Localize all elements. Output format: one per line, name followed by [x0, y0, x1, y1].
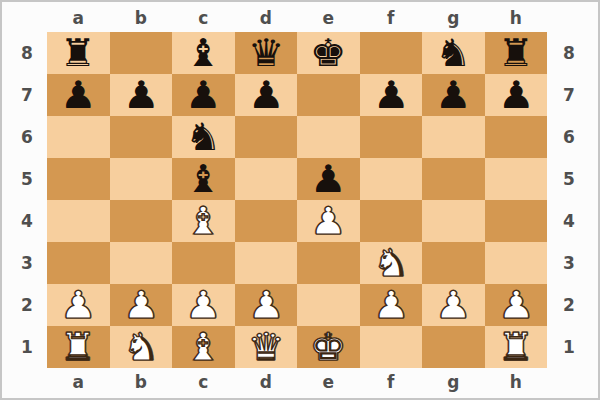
square-h2[interactable]: ♟: [485, 284, 548, 326]
file-label-a: a: [47, 6, 110, 30]
square-h5[interactable]: [485, 158, 548, 200]
rank-label-6: 6: [552, 116, 586, 158]
chess-diagram: abcdefgh 87654321 ♜♝♛♚♞♜♟♟♟♟♟♟♟♞♝♟♝♟♞♟♟♟…: [0, 0, 600, 400]
black-king: ♚: [310, 34, 347, 72]
black-pawn: ♟: [60, 76, 97, 114]
square-d6[interactable]: [235, 116, 298, 158]
rank-labels-left: 87654321: [10, 32, 44, 368]
file-label-b: b: [110, 370, 173, 394]
rank-label-6: 6: [10, 116, 44, 158]
square-b5[interactable]: [110, 158, 173, 200]
file-label-g: g: [422, 370, 485, 394]
rank-label-5: 5: [552, 158, 586, 200]
white-pawn: ♟: [497, 286, 534, 324]
square-g5[interactable]: [422, 158, 485, 200]
square-e2[interactable]: [297, 284, 360, 326]
white-pawn: ♟: [310, 202, 347, 240]
square-c4[interactable]: ♝: [172, 200, 235, 242]
rank-label-8: 8: [10, 32, 44, 74]
white-queen: ♛: [247, 328, 284, 366]
square-a1[interactable]: ♜: [47, 326, 110, 368]
square-e5[interactable]: ♟: [297, 158, 360, 200]
black-bishop: ♝: [185, 160, 222, 198]
square-h7[interactable]: ♟: [485, 74, 548, 116]
square-f5[interactable]: [360, 158, 423, 200]
file-label-c: c: [172, 370, 235, 394]
rank-label-7: 7: [10, 74, 44, 116]
square-c1[interactable]: ♝: [172, 326, 235, 368]
square-b1[interactable]: ♞: [110, 326, 173, 368]
black-knight: ♞: [435, 34, 472, 72]
black-rook: ♜: [60, 34, 97, 72]
square-f7[interactable]: ♟: [360, 74, 423, 116]
file-label-f: f: [360, 6, 423, 30]
square-a3[interactable]: [47, 242, 110, 284]
square-a5[interactable]: [47, 158, 110, 200]
rank-label-4: 4: [10, 200, 44, 242]
square-g1[interactable]: [422, 326, 485, 368]
black-pawn: ♟: [310, 160, 347, 198]
black-queen: ♛: [247, 34, 284, 72]
file-label-e: e: [297, 370, 360, 394]
file-label-d: d: [235, 370, 298, 394]
square-g8[interactable]: ♞: [422, 32, 485, 74]
rank-label-4: 4: [552, 200, 586, 242]
white-pawn: ♟: [122, 286, 159, 324]
square-e1[interactable]: ♚: [297, 326, 360, 368]
square-d1[interactable]: ♛: [235, 326, 298, 368]
white-rook: ♜: [60, 328, 97, 366]
square-c7[interactable]: ♟: [172, 74, 235, 116]
white-bishop: ♝: [185, 328, 222, 366]
black-pawn: ♟: [372, 76, 409, 114]
black-knight: ♞: [185, 118, 222, 156]
square-e4[interactable]: ♟: [297, 200, 360, 242]
square-d7[interactable]: ♟: [235, 74, 298, 116]
black-bishop: ♝: [185, 34, 222, 72]
chessboard[interactable]: ♜♝♛♚♞♜♟♟♟♟♟♟♟♞♝♟♝♟♞♟♟♟♟♟♟♟♜♞♝♛♚♜: [47, 32, 547, 368]
file-label-d: d: [235, 6, 298, 30]
square-b7[interactable]: ♟: [110, 74, 173, 116]
file-label-f: f: [360, 370, 423, 394]
rank-label-1: 1: [10, 326, 44, 368]
white-king: ♚: [310, 328, 347, 366]
white-knight: ♞: [372, 244, 409, 282]
square-b4[interactable]: [110, 200, 173, 242]
file-label-h: h: [485, 6, 548, 30]
rank-labels-right: 87654321: [552, 32, 586, 368]
square-e6[interactable]: [297, 116, 360, 158]
square-h6[interactable]: [485, 116, 548, 158]
black-pawn: ♟: [435, 76, 472, 114]
square-b2[interactable]: ♟: [110, 284, 173, 326]
rank-label-8: 8: [552, 32, 586, 74]
white-bishop: ♝: [185, 202, 222, 240]
square-g7[interactable]: ♟: [422, 74, 485, 116]
file-label-g: g: [422, 6, 485, 30]
square-h1[interactable]: ♜: [485, 326, 548, 368]
rank-label-1: 1: [552, 326, 586, 368]
square-b8[interactable]: [110, 32, 173, 74]
square-a7[interactable]: ♟: [47, 74, 110, 116]
square-c8[interactable]: ♝: [172, 32, 235, 74]
square-e8[interactable]: ♚: [297, 32, 360, 74]
file-label-b: b: [110, 6, 173, 30]
square-e7[interactable]: [297, 74, 360, 116]
rank-label-7: 7: [552, 74, 586, 116]
square-g3[interactable]: [422, 242, 485, 284]
file-label-c: c: [172, 6, 235, 30]
rank-label-2: 2: [552, 284, 586, 326]
square-g6[interactable]: [422, 116, 485, 158]
square-h8[interactable]: ♜: [485, 32, 548, 74]
white-pawn: ♟: [247, 286, 284, 324]
square-f4[interactable]: [360, 200, 423, 242]
rank-label-3: 3: [10, 242, 44, 284]
square-d4[interactable]: [235, 200, 298, 242]
file-label-e: e: [297, 6, 360, 30]
black-pawn: ♟: [185, 76, 222, 114]
square-f2[interactable]: ♟: [360, 284, 423, 326]
square-f3[interactable]: ♞: [360, 242, 423, 284]
white-knight: ♞: [122, 328, 159, 366]
square-c3[interactable]: [172, 242, 235, 284]
black-rook: ♜: [497, 34, 534, 72]
square-a4[interactable]: [47, 200, 110, 242]
white-pawn: ♟: [60, 286, 97, 324]
rank-label-3: 3: [552, 242, 586, 284]
file-label-a: a: [47, 370, 110, 394]
square-f6[interactable]: [360, 116, 423, 158]
square-h3[interactable]: [485, 242, 548, 284]
square-d5[interactable]: [235, 158, 298, 200]
white-pawn: ♟: [435, 286, 472, 324]
file-label-h: h: [485, 370, 548, 394]
black-pawn: ♟: [122, 76, 159, 114]
file-labels-top: abcdefgh: [47, 6, 547, 30]
square-d3[interactable]: [235, 242, 298, 284]
square-f1[interactable]: [360, 326, 423, 368]
square-a2[interactable]: ♟: [47, 284, 110, 326]
square-e3[interactable]: [297, 242, 360, 284]
black-pawn: ♟: [247, 76, 284, 114]
square-c6[interactable]: ♞: [172, 116, 235, 158]
white-rook: ♜: [497, 328, 534, 366]
black-pawn: ♟: [497, 76, 534, 114]
square-d2[interactable]: ♟: [235, 284, 298, 326]
square-f8[interactable]: [360, 32, 423, 74]
square-c2[interactable]: ♟: [172, 284, 235, 326]
square-a6[interactable]: [47, 116, 110, 158]
square-d8[interactable]: ♛: [235, 32, 298, 74]
square-b6[interactable]: [110, 116, 173, 158]
white-pawn: ♟: [372, 286, 409, 324]
file-labels-bottom: abcdefgh: [47, 370, 547, 394]
square-h4[interactable]: [485, 200, 548, 242]
square-a8[interactable]: ♜: [47, 32, 110, 74]
rank-label-5: 5: [10, 158, 44, 200]
square-g2[interactable]: ♟: [422, 284, 485, 326]
square-c5[interactable]: ♝: [172, 158, 235, 200]
rank-label-2: 2: [10, 284, 44, 326]
white-pawn: ♟: [185, 286, 222, 324]
square-g4[interactable]: [422, 200, 485, 242]
square-b3[interactable]: [110, 242, 173, 284]
